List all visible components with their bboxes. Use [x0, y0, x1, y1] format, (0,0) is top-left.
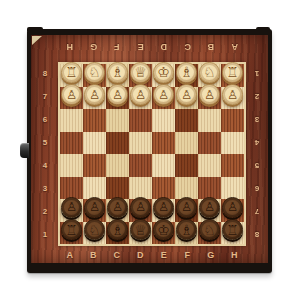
- square-e8: ♔: [152, 64, 175, 87]
- square-h4: [221, 154, 244, 177]
- square-d8: ♕: [129, 64, 152, 87]
- square-b1: ♘: [83, 222, 106, 245]
- square-h2: ♙: [221, 199, 244, 222]
- piece-dark-pawn-g2: ♙: [199, 197, 220, 218]
- square-f2: ♙: [175, 199, 198, 222]
- square-g7: ♙: [198, 87, 221, 110]
- ranks-left: 87654321: [33, 62, 57, 246]
- queen-glyph: ♕: [134, 62, 147, 82]
- coord-label-5: 5: [33, 131, 57, 154]
- coord-label-e: E: [152, 249, 176, 261]
- bishop-glyph: ♗: [180, 220, 193, 240]
- pawn-glyph: ♙: [227, 197, 238, 217]
- board-grid: ♖♘♗♕♔♗♘♖♙♙♙♙♙♙♙♙♙♙♙♙♙♙♙♙♖♘♗♕♔♗♘♖: [60, 64, 244, 244]
- coord-label-1: 1: [245, 62, 269, 85]
- square-d4: [129, 154, 152, 177]
- square-a8: ♖: [60, 64, 83, 87]
- ranks-right: 12345678: [245, 62, 269, 246]
- coord-label-e: E: [129, 41, 153, 53]
- square-h1: ♖: [221, 222, 244, 245]
- square-g4: [198, 154, 221, 177]
- coord-label-5: 5: [245, 154, 269, 177]
- pawn-glyph: ♙: [135, 197, 146, 217]
- coord-label-f: F: [105, 41, 129, 53]
- square-g1: ♘: [198, 222, 221, 245]
- pawn-glyph: ♙: [66, 197, 77, 217]
- coord-label-c: C: [105, 249, 129, 261]
- coord-label-b: B: [82, 249, 106, 261]
- pawn-glyph: ♙: [89, 197, 100, 217]
- piece-light-pawn-b7: ♙: [84, 84, 105, 105]
- piece-dark-knight-b1: ♘: [84, 219, 105, 240]
- piece-light-knight-b8: ♘: [84, 62, 105, 83]
- pawn-glyph: ♙: [158, 85, 169, 105]
- piece-dark-rook-h1: ♖: [222, 219, 243, 240]
- piece-dark-pawn-c2: ♙: [107, 197, 128, 218]
- pawn-glyph: ♙: [158, 197, 169, 217]
- board-frame: HGFEDCBA ABCDEFGH 87654321 12345678 ♖♘♗♕…: [31, 35, 268, 263]
- piece-dark-pawn-d2: ♙: [130, 197, 151, 218]
- knight-glyph: ♘: [88, 62, 101, 82]
- square-a4: [60, 154, 83, 177]
- coord-label-c: C: [176, 41, 200, 53]
- square-b7: ♙: [83, 87, 106, 110]
- king-glyph: ♔: [157, 62, 170, 82]
- coord-label-g: G: [82, 41, 106, 53]
- piece-dark-pawn-h2: ♙: [222, 197, 243, 218]
- square-b5: [83, 132, 106, 155]
- bishop-glyph: ♗: [180, 62, 193, 82]
- square-a7: ♙: [60, 87, 83, 110]
- square-e2: ♙: [152, 199, 175, 222]
- piece-dark-pawn-e2: ♙: [153, 197, 174, 218]
- piece-dark-pawn-b2: ♙: [84, 197, 105, 218]
- square-f1: ♗: [175, 222, 198, 245]
- piece-dark-queen-d1: ♕: [130, 219, 151, 240]
- piece-light-rook-a8: ♖: [61, 62, 82, 83]
- square-f4: [175, 154, 198, 177]
- pawn-glyph: ♙: [112, 85, 123, 105]
- piece-light-pawn-c7: ♙: [107, 84, 128, 105]
- coord-label-4: 4: [245, 131, 269, 154]
- coord-label-7: 7: [33, 85, 57, 108]
- queen-glyph: ♕: [134, 220, 147, 240]
- square-g5: [198, 132, 221, 155]
- piece-light-rook-h8: ♖: [222, 62, 243, 83]
- coord-label-d: D: [152, 41, 176, 53]
- coord-label-h: H: [223, 249, 247, 261]
- square-e3: [152, 177, 175, 200]
- coord-label-g: G: [199, 249, 223, 261]
- piece-dark-king-e1: ♔: [153, 219, 174, 240]
- coord-label-a: A: [223, 41, 247, 53]
- rook-glyph: ♖: [65, 220, 78, 240]
- piece-light-pawn-f7: ♙: [176, 84, 197, 105]
- piece-dark-knight-g1: ♘: [199, 219, 220, 240]
- square-d3: [129, 177, 152, 200]
- pawn-glyph: ♙: [135, 85, 146, 105]
- square-b6: [83, 109, 106, 132]
- pawn-glyph: ♙: [181, 85, 192, 105]
- square-c3: [106, 177, 129, 200]
- square-g2: ♙: [198, 199, 221, 222]
- clasp-latch: [20, 143, 29, 158]
- square-a3: [60, 177, 83, 200]
- square-d7: ♙: [129, 87, 152, 110]
- bishop-glyph: ♗: [111, 220, 124, 240]
- square-c5: [106, 132, 129, 155]
- rook-glyph: ♖: [65, 62, 78, 82]
- pawn-glyph: ♙: [227, 85, 238, 105]
- square-a5: [60, 132, 83, 155]
- hinge-nub-left: [27, 27, 43, 31]
- knight-glyph: ♘: [88, 220, 101, 240]
- square-a6: [60, 109, 83, 132]
- square-h3: [221, 177, 244, 200]
- piece-light-bishop-f8: ♗: [176, 62, 197, 83]
- square-f3: [175, 177, 198, 200]
- coord-label-d: D: [129, 249, 153, 261]
- board-inlay: ♖♘♗♕♔♗♘♖♙♙♙♙♙♙♙♙♙♙♙♙♙♙♙♙♖♘♗♕♔♗♘♖: [58, 62, 246, 246]
- coord-label-2: 2: [245, 85, 269, 108]
- square-e7: ♙: [152, 87, 175, 110]
- files-bottom: ABCDEFGH: [58, 249, 246, 261]
- square-c8: ♗: [106, 64, 129, 87]
- square-h5: [221, 132, 244, 155]
- square-c6: [106, 109, 129, 132]
- piece-dark-rook-a1: ♖: [61, 219, 82, 240]
- rook-glyph: ♖: [226, 62, 239, 82]
- square-d5: [129, 132, 152, 155]
- pawn-glyph: ♙: [204, 197, 215, 217]
- bishop-glyph: ♗: [111, 62, 124, 82]
- square-e4: [152, 154, 175, 177]
- square-h8: ♖: [221, 64, 244, 87]
- corner-chip: [32, 36, 42, 45]
- square-c2: ♙: [106, 199, 129, 222]
- square-e5: [152, 132, 175, 155]
- square-a2: ♙: [60, 199, 83, 222]
- piece-light-bishop-c8: ♗: [107, 62, 128, 83]
- knight-glyph: ♘: [203, 62, 216, 82]
- coord-label-7: 7: [245, 200, 269, 223]
- pawn-glyph: ♙: [204, 85, 215, 105]
- coord-label-f: F: [176, 249, 200, 261]
- piece-light-king-e8: ♔: [153, 62, 174, 83]
- piece-light-pawn-d7: ♙: [130, 84, 151, 105]
- square-e6: [152, 109, 175, 132]
- coord-label-3: 3: [245, 108, 269, 131]
- square-a1: ♖: [60, 222, 83, 245]
- coord-label-3: 3: [33, 177, 57, 200]
- pawn-glyph: ♙: [112, 197, 123, 217]
- coord-label-8: 8: [245, 223, 269, 246]
- coord-label-2: 2: [33, 200, 57, 223]
- piece-light-pawn-e7: ♙: [153, 84, 174, 105]
- square-e1: ♔: [152, 222, 175, 245]
- piece-light-queen-d8: ♕: [130, 62, 151, 83]
- piece-light-knight-g8: ♘: [199, 62, 220, 83]
- square-f6: [175, 109, 198, 132]
- square-b2: ♙: [83, 199, 106, 222]
- chess-box: HGFEDCBA ABCDEFGH 87654321 12345678 ♖♘♗♕…: [27, 29, 272, 273]
- pawn-glyph: ♙: [89, 85, 100, 105]
- square-g3: [198, 177, 221, 200]
- files-top: HGFEDCBA: [58, 41, 246, 53]
- piece-light-pawn-g7: ♙: [199, 84, 220, 105]
- square-b4: [83, 154, 106, 177]
- piece-dark-bishop-c1: ♗: [107, 219, 128, 240]
- square-b8: ♘: [83, 64, 106, 87]
- square-f8: ♗: [175, 64, 198, 87]
- piece-dark-pawn-a2: ♙: [61, 197, 82, 218]
- piece-light-pawn-h7: ♙: [222, 84, 243, 105]
- product-photo: HGFEDCBA ABCDEFGH 87654321 12345678 ♖♘♗♕…: [0, 0, 300, 300]
- coord-label-h: H: [58, 41, 82, 53]
- pawn-glyph: ♙: [181, 197, 192, 217]
- square-g8: ♘: [198, 64, 221, 87]
- square-g6: [198, 109, 221, 132]
- coord-label-1: 1: [33, 223, 57, 246]
- square-c1: ♗: [106, 222, 129, 245]
- square-d1: ♕: [129, 222, 152, 245]
- piece-dark-bishop-f1: ♗: [176, 219, 197, 240]
- square-c7: ♙: [106, 87, 129, 110]
- square-d2: ♙: [129, 199, 152, 222]
- square-c4: [106, 154, 129, 177]
- coord-label-b: B: [199, 41, 223, 53]
- square-h7: ♙: [221, 87, 244, 110]
- square-h6: [221, 109, 244, 132]
- knight-glyph: ♘: [203, 220, 216, 240]
- square-b3: [83, 177, 106, 200]
- coord-label-6: 6: [245, 177, 269, 200]
- coord-label-4: 4: [33, 154, 57, 177]
- pawn-glyph: ♙: [66, 85, 77, 105]
- king-glyph: ♔: [157, 220, 170, 240]
- hinge-nub-right: [256, 27, 270, 31]
- piece-dark-pawn-f2: ♙: [176, 197, 197, 218]
- piece-light-pawn-a7: ♙: [61, 84, 82, 105]
- square-f7: ♙: [175, 87, 198, 110]
- coord-label-8: 8: [33, 62, 57, 85]
- rook-glyph: ♖: [226, 220, 239, 240]
- coord-label-a: A: [58, 249, 82, 261]
- coord-label-6: 6: [33, 108, 57, 131]
- square-f5: [175, 132, 198, 155]
- square-d6: [129, 109, 152, 132]
